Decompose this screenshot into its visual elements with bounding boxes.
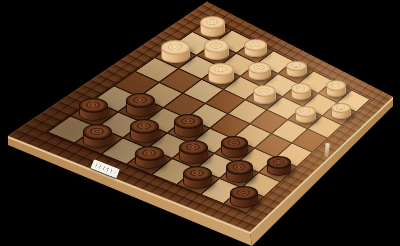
piece-light-r1c7[interactable] (331, 103, 351, 119)
light-piece-top (200, 16, 225, 29)
light-piece-top (331, 103, 351, 113)
dark-piece-top (230, 186, 258, 200)
piece-light-r1c1[interactable] (204, 39, 229, 60)
dark-piece-top (221, 136, 248, 150)
dark-piece-top (226, 160, 253, 174)
piece-light-r0c2[interactable] (244, 39, 267, 58)
light-piece-top (295, 106, 316, 117)
dark-piece-top (135, 146, 164, 161)
piece-light-r2c0[interactable] (161, 40, 190, 64)
dark-piece-top (183, 166, 212, 181)
piece-dark-r5c3[interactable] (174, 114, 203, 138)
light-piece-top (244, 39, 267, 51)
piece-dark-r5c5[interactable] (221, 136, 248, 158)
light-piece-top (253, 85, 276, 97)
light-piece-top (291, 83, 312, 94)
piece-dark-r6c4[interactable] (179, 140, 208, 164)
light-piece-top (248, 62, 271, 74)
piece-light-r1c5[interactable] (291, 83, 312, 100)
light-piece-top (286, 61, 306, 72)
board-photo-stage (0, 0, 400, 246)
piece-dark-r6c0[interactable] (79, 98, 108, 122)
piece-dark-r6c6[interactable] (226, 160, 253, 182)
piece-dark-r5c1[interactable] (126, 93, 155, 117)
dark-piece-top (126, 93, 155, 108)
piece-light-r0c0[interactable] (200, 16, 225, 37)
piece-light-r2c6[interactable] (295, 106, 316, 123)
dark-piece-top (83, 124, 112, 139)
piece-light-r0c6[interactable] (326, 80, 346, 96)
light-piece-top (161, 40, 190, 55)
light-piece-top (326, 80, 346, 90)
piece-dark-r7c5[interactable] (183, 166, 212, 190)
piece-dark-r5c7[interactable] (267, 156, 291, 176)
piece-light-r2c2[interactable] (208, 63, 234, 84)
light-piece-top (204, 39, 229, 52)
dark-piece-top (79, 98, 108, 113)
piece-light-r2c4[interactable] (253, 85, 276, 104)
piece-dark-r6c2[interactable] (130, 119, 159, 143)
piece-dark-r7c7[interactable] (230, 186, 258, 209)
piece-dark-r7c3[interactable] (135, 146, 164, 170)
dark-piece-top (179, 140, 208, 155)
piece-light-r0c4[interactable] (286, 61, 306, 78)
piece-light-r1c3[interactable] (248, 62, 271, 81)
dark-piece-top (267, 156, 291, 169)
piece-dark-r7c1[interactable] (83, 124, 112, 148)
